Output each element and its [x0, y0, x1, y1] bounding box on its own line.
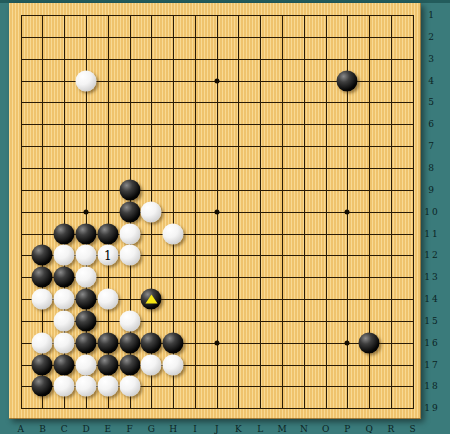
row-label: 3	[428, 54, 436, 63]
column-label: D	[82, 425, 89, 434]
row-label: 4	[428, 76, 436, 85]
stone-black	[141, 332, 162, 353]
column-label: K	[235, 425, 242, 434]
go-diagram-window: { "game": "go", "board_size": 19, "orien…	[0, 0, 450, 434]
column-label: L	[257, 425, 263, 434]
row-label: 19	[424, 404, 439, 413]
row-label: 13	[424, 273, 439, 282]
stone-black	[359, 332, 380, 353]
stone-white	[32, 289, 53, 310]
column-label: G	[148, 425, 155, 434]
stone-black	[163, 332, 184, 353]
stone-black	[337, 70, 358, 91]
column-label: M	[277, 425, 286, 434]
stone-white	[141, 354, 162, 375]
grid-line-vertical	[304, 15, 305, 409]
stone-black	[141, 289, 162, 310]
row-label: 14	[424, 295, 439, 304]
grid-line-vertical	[238, 15, 239, 409]
stone-white	[54, 245, 75, 266]
row-label: 15	[424, 316, 439, 325]
row-label: 2	[428, 32, 436, 41]
stone-white	[76, 245, 97, 266]
column-label: A	[17, 425, 24, 434]
column-label: F	[126, 425, 132, 434]
stone-white	[119, 310, 140, 331]
column-label: N	[300, 425, 308, 434]
stone-white	[76, 376, 97, 397]
stone-black	[119, 201, 140, 222]
star-point	[345, 340, 350, 345]
stone-white	[141, 201, 162, 222]
stone-white	[54, 332, 75, 353]
row-label: 18	[424, 382, 439, 391]
go-board[interactable]: 1ABCDEFGHIJKLMNOPQRS12345678910111213141…	[0, 0, 450, 434]
column-label: R	[388, 425, 395, 434]
row-label: 10	[424, 207, 439, 216]
row-label: 16	[424, 338, 439, 347]
star-point	[214, 78, 219, 83]
column-label: I	[193, 425, 197, 434]
row-label: 11	[424, 229, 439, 238]
column-label: Q	[365, 425, 372, 434]
stone-white	[119, 245, 140, 266]
row-label: 8	[428, 163, 436, 172]
row-label: 12	[424, 251, 439, 260]
star-point	[214, 209, 219, 214]
stone-black	[54, 354, 75, 375]
grid-line-vertical	[260, 15, 261, 409]
stone-white	[76, 354, 97, 375]
column-label: J	[215, 425, 219, 434]
stone-white	[163, 223, 184, 244]
row-label: 5	[428, 98, 436, 107]
stone-black	[119, 332, 140, 353]
row-label: 7	[428, 142, 436, 151]
stone-white	[76, 70, 97, 91]
grid-line-vertical	[391, 15, 392, 409]
column-label: E	[105, 425, 112, 434]
star-point	[84, 209, 89, 214]
column-label: H	[169, 425, 177, 434]
stone-black	[32, 245, 53, 266]
stone-black	[54, 267, 75, 288]
triangle-marker-icon	[145, 294, 157, 303]
grid-line-vertical	[326, 15, 327, 409]
row-label: 6	[428, 120, 436, 129]
stone-black	[119, 354, 140, 375]
stone-white	[97, 376, 118, 397]
stone-white	[97, 289, 118, 310]
stone-white	[163, 354, 184, 375]
column-label: O	[322, 425, 329, 434]
stone-black	[97, 332, 118, 353]
stone-white	[119, 223, 140, 244]
stone-black	[32, 354, 53, 375]
stone-black	[76, 289, 97, 310]
star-point	[345, 209, 350, 214]
stone-white: 1	[97, 245, 118, 266]
star-point	[214, 340, 219, 345]
stone-black	[97, 354, 118, 375]
stone-white	[119, 376, 140, 397]
stone-white	[32, 332, 53, 353]
grid-line-vertical	[413, 15, 414, 409]
stone-black	[54, 223, 75, 244]
column-label: P	[344, 425, 350, 434]
move-number-label: 1	[97, 245, 118, 266]
grid-line-horizontal	[21, 408, 414, 409]
column-label: B	[39, 425, 46, 434]
stone-black	[76, 310, 97, 331]
stone-white	[54, 310, 75, 331]
column-label: S	[410, 425, 416, 434]
stone-white	[76, 267, 97, 288]
row-label: 9	[428, 185, 436, 194]
grid-line-vertical	[282, 15, 283, 409]
stone-black	[97, 223, 118, 244]
stone-white	[54, 289, 75, 310]
stone-black	[32, 267, 53, 288]
stone-black	[76, 223, 97, 244]
row-label: 1	[428, 11, 436, 20]
stone-black	[119, 179, 140, 200]
column-label: C	[61, 425, 68, 434]
stone-white	[54, 376, 75, 397]
stone-black	[32, 376, 53, 397]
stone-black	[76, 332, 97, 353]
row-label: 17	[424, 360, 439, 369]
